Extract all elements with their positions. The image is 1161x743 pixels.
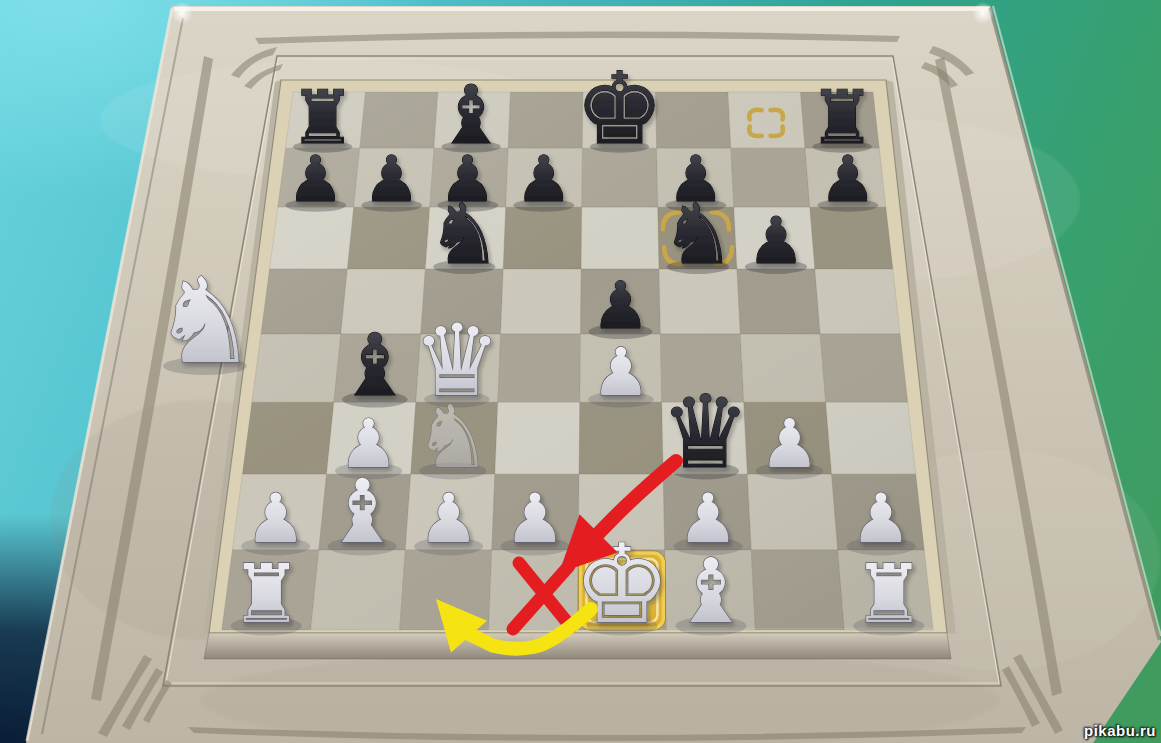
scene: ♜♝♚♜♟♟♟♟♟♟♞♞♟♟♝♛♟♟♞♛♟♟♝♟♟♟♟♜♚♝♜♞ pikabu.… xyxy=(0,0,1161,743)
piece-white-pawn-e4[interactable]: ♟ xyxy=(591,334,650,411)
square-f8[interactable] xyxy=(656,92,731,148)
square-a6[interactable] xyxy=(270,207,354,269)
square-h6[interactable] xyxy=(810,207,893,269)
square-a5[interactable] xyxy=(261,269,348,334)
specular-highlight xyxy=(171,2,193,24)
square-b8[interactable] xyxy=(360,92,438,148)
piece-white-rook-h1[interactable]: ♜ xyxy=(852,547,925,641)
square-h5[interactable] xyxy=(815,269,900,334)
specular-highlight xyxy=(972,2,994,24)
square-d8[interactable] xyxy=(508,92,583,148)
piece-black-bishop-b4[interactable]: ♝ xyxy=(337,316,414,415)
piece-black-pawn-g6[interactable]: ♟ xyxy=(747,203,805,278)
square-d6[interactable] xyxy=(503,207,582,269)
piece-white-bishop-f1[interactable]: ♝ xyxy=(671,539,751,643)
piece-black-knight-f6[interactable]: ♞ xyxy=(661,186,736,283)
square-g2[interactable] xyxy=(747,474,837,550)
square-d4[interactable] xyxy=(498,334,581,402)
square-g4[interactable] xyxy=(740,334,825,402)
square-a3[interactable] xyxy=(242,402,334,474)
piece-black-pawn-b7[interactable]: ♟ xyxy=(363,142,420,216)
piece-black-knight-c6[interactable]: ♞ xyxy=(427,186,502,283)
piece-white-bishop-b2[interactable]: ♝ xyxy=(323,461,402,563)
piece-black-pawn-a7[interactable]: ♟ xyxy=(287,142,344,216)
piece-black-pawn-e5[interactable]: ♟ xyxy=(591,267,649,343)
square-d5[interactable] xyxy=(501,269,582,334)
piece-black-king-e8[interactable]: ♚ xyxy=(575,51,664,166)
square-g7[interactable] xyxy=(731,148,810,207)
square-e3[interactable] xyxy=(579,402,663,474)
square-g1[interactable] xyxy=(751,550,844,630)
piece-white-knight-c3-ghost[interactable]: ♞ xyxy=(414,387,492,487)
piece-white-pawn-g3[interactable]: ♟ xyxy=(759,405,819,483)
captured-white-knight: ♞ xyxy=(152,252,258,390)
square-b6[interactable] xyxy=(347,207,429,269)
piece-white-pawn-c2[interactable]: ♟ xyxy=(418,479,479,558)
square-e6[interactable] xyxy=(581,207,659,269)
square-g8[interactable] xyxy=(728,92,805,148)
square-a4[interactable] xyxy=(252,334,341,402)
square-g5[interactable] xyxy=(737,269,820,334)
chessboard-scene: ♜♝♚♜♟♟♟♟♟♟♞♞♟♟♝♛♟♟♞♛♟♟♝♟♟♟♟♜♚♝♜♞ xyxy=(0,0,1161,743)
piece-white-pawn-d2[interactable]: ♟ xyxy=(505,479,566,558)
piece-black-queen-f3[interactable]: ♛ xyxy=(660,374,750,491)
square-d3[interactable] xyxy=(495,402,580,474)
watermark: pikabu.ru xyxy=(1084,722,1156,739)
piece-black-pawn-d7[interactable]: ♟ xyxy=(515,142,572,216)
piece-black-pawn-h7[interactable]: ♟ xyxy=(819,142,876,216)
square-h3[interactable] xyxy=(826,402,916,474)
piece-white-rook-a1[interactable]: ♜ xyxy=(230,547,303,641)
square-h4[interactable] xyxy=(820,334,908,402)
